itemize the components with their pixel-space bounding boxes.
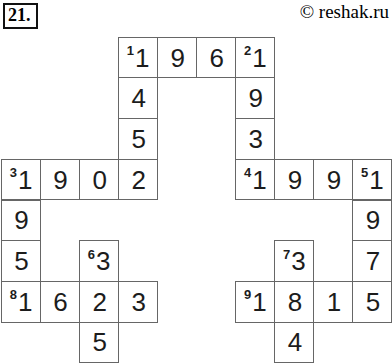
clue-number: 5 <box>361 166 368 179</box>
grid-cell: 73 <box>274 240 314 282</box>
cell-digit: 7 <box>366 248 380 274</box>
grid-cell: 21 <box>235 37 275 79</box>
grid-cell: 3 <box>118 281 158 323</box>
grid-cell: 51 <box>352 159 392 201</box>
cell-digit: 1 <box>252 167 266 193</box>
cell-digit: 5 <box>92 329 106 355</box>
clue-number: 3 <box>10 166 17 179</box>
grid-cell: 6 <box>40 281 80 323</box>
grid-cell: 9 <box>235 77 275 119</box>
clue-number: 9 <box>244 288 251 301</box>
grid-cell: 5 <box>352 281 392 323</box>
grid-cell: 63 <box>79 240 119 282</box>
cell-digit: 2 <box>92 289 106 315</box>
cell-digit: 2 <box>131 167 145 193</box>
cell-digit: 3 <box>131 289 145 315</box>
grid-cell: 91 <box>235 281 275 323</box>
clue-number: 4 <box>244 166 251 179</box>
grid-cell: 2 <box>79 281 119 323</box>
grid-cell: 31 <box>1 159 41 201</box>
cell-digit: 0 <box>92 167 106 193</box>
cell-digit: 9 <box>366 207 380 233</box>
clue-number: 8 <box>10 288 17 301</box>
cell-digit: 3 <box>249 126 263 152</box>
cell-digit: 1 <box>135 45 149 71</box>
grid-cell: 1 <box>313 281 353 323</box>
cell-digit: 6 <box>210 45 224 71</box>
grid-cell: 0 <box>79 159 119 201</box>
grid-cell: 5 <box>118 118 158 160</box>
cell-digit: 9 <box>327 167 341 193</box>
grid-cell: 3 <box>235 118 275 160</box>
cell-digit: 5 <box>366 289 380 315</box>
cell-digit: 3 <box>96 248 110 274</box>
crossword-grid: 1196214953319024199519956373781623918155… <box>0 0 392 363</box>
cell-digit: 6 <box>53 289 67 315</box>
grid-cell: 9 <box>40 159 80 201</box>
grid-cell: 9 <box>157 37 197 79</box>
cell-digit: 1 <box>18 289 32 315</box>
cell-digit: 5 <box>131 126 145 152</box>
grid-cell: 4 <box>274 322 314 363</box>
cell-digit: 1 <box>327 289 341 315</box>
grid-cell: 9 <box>1 200 41 242</box>
grid-cell: 4 <box>118 77 158 119</box>
grid-cell: 81 <box>1 281 41 323</box>
clue-number: 1 <box>127 44 134 57</box>
grid-cell: 9 <box>274 159 314 201</box>
cell-digit: 9 <box>249 85 263 111</box>
cell-digit: 1 <box>252 289 266 315</box>
grid-cell: 9 <box>352 200 392 242</box>
cell-digit: 9 <box>53 167 67 193</box>
grid-cell: 8 <box>274 281 314 323</box>
cell-digit: 4 <box>288 329 302 355</box>
grid-cell: 7 <box>352 240 392 282</box>
cell-digit: 9 <box>14 207 28 233</box>
grid-cell: 5 <box>1 240 41 282</box>
grid-cell: 41 <box>235 159 275 201</box>
cell-digit: 3 <box>291 248 305 274</box>
cell-digit: 9 <box>288 167 302 193</box>
cell-digit: 1 <box>252 45 266 71</box>
cell-digit: 5 <box>14 248 28 274</box>
grid-cell: 11 <box>118 37 158 79</box>
clue-number: 7 <box>283 248 290 261</box>
cell-digit: 1 <box>18 167 32 193</box>
cell-digit: 4 <box>131 85 145 111</box>
grid-cell: 9 <box>313 159 353 201</box>
cell-digit: 8 <box>288 289 302 315</box>
clue-number: 6 <box>88 248 95 261</box>
puzzle-page: 21. © reshak.ru 119621495331902419951995… <box>0 0 392 363</box>
cell-digit: 9 <box>170 45 184 71</box>
clue-number: 2 <box>244 44 251 57</box>
grid-cell: 2 <box>118 159 158 201</box>
grid-cell: 6 <box>196 37 236 79</box>
cell-digit: 1 <box>369 167 383 193</box>
grid-cell: 5 <box>79 322 119 363</box>
